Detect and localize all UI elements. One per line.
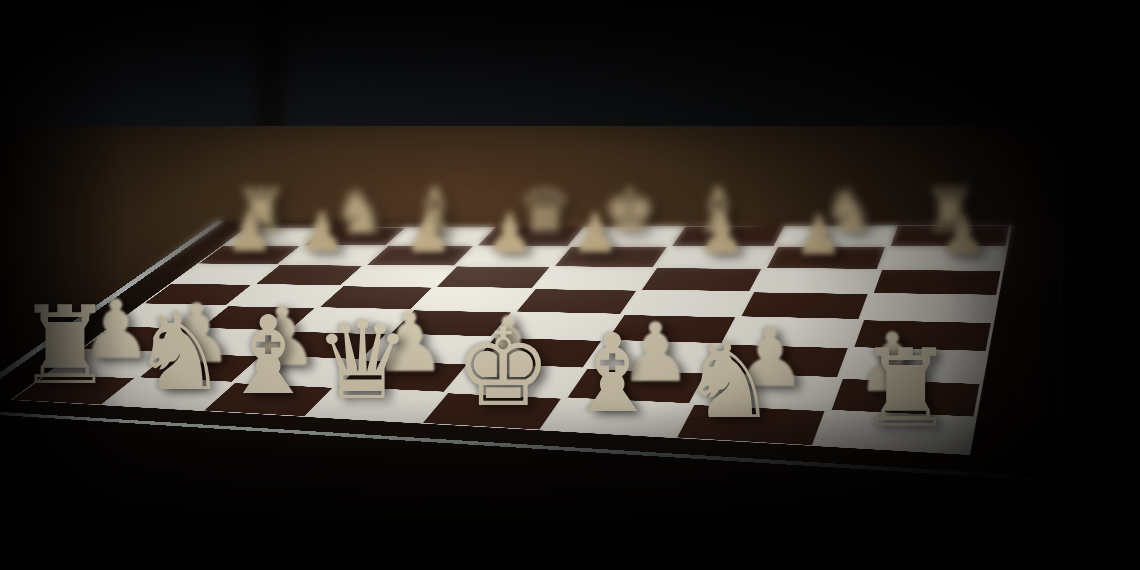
- museum-chess-photo: ♜♞♝♛♚♝♞♜♟♟♟♟♟♟♟♟♟♟♟♟♟♟♟♟♜♞♝♛♚♝♞♜: [0, 0, 1140, 570]
- piece-white-rook-a1[interactable]: ♜: [16, 291, 113, 399]
- depth-of-field-far-blur: [0, 128, 1140, 278]
- piece-white-king-e1[interactable]: ♚: [455, 314, 552, 422]
- piece-white-queen-d1[interactable]: ♛: [314, 307, 411, 415]
- piece-white-knight-b1[interactable]: ♞: [131, 297, 228, 405]
- piece-white-rook-h1[interactable]: ♜: [857, 335, 954, 443]
- display-case-frame-right: [1040, 0, 1140, 570]
- depth-of-field-near-blur: [0, 460, 1140, 570]
- piece-white-bishop-c1[interactable]: ♝: [220, 302, 317, 410]
- display-case-edge-highlight: [1059, 180, 1062, 540]
- piece-white-knight-g1[interactable]: ♞: [681, 326, 778, 434]
- piece-white-bishop-f1[interactable]: ♝: [564, 320, 661, 428]
